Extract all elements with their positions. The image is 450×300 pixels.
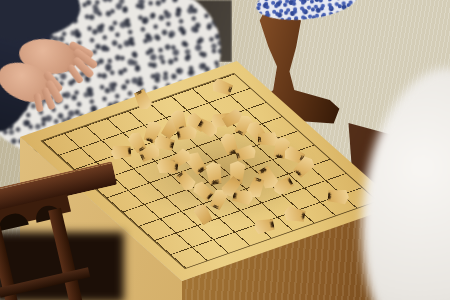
side-table-leg	[48, 208, 83, 300]
piece-kanji: 桂馬	[164, 140, 166, 147]
piece-kanji: 金将	[301, 164, 306, 169]
piece-kanji: 桂馬	[241, 193, 242, 200]
piece-kanji: 香車	[122, 148, 123, 155]
piece-kanji: 桂馬	[264, 222, 265, 229]
piece-kanji: 角行	[210, 173, 217, 174]
piece-kanji: 歩兵	[222, 84, 225, 91]
piece-kanji: 歩兵	[148, 150, 151, 157]
shogi-piece[interactable]: 香車	[110, 142, 131, 162]
piece-kanji: 王将	[193, 162, 199, 166]
piece-kanji: 歩兵	[195, 120, 199, 126]
piece-kanji: 歩兵	[244, 150, 246, 157]
piece-kanji: 歩兵	[139, 98, 146, 101]
piece-kanji: 歩兵	[253, 186, 260, 189]
piece-kanji: 歩兵	[178, 156, 182, 162]
shogi-piece[interactable]: 金将	[282, 203, 306, 225]
piece-kanji: 歩兵	[134, 141, 140, 145]
piece-kanji: 歩兵	[215, 198, 222, 201]
piece-kanji: 銀将	[148, 131, 155, 134]
piece-kanji: 玉将	[264, 175, 270, 179]
piece-kanji: 金将	[294, 210, 295, 217]
piece-kanji: 飛車	[233, 173, 240, 174]
piece-kanji: 桂馬	[205, 124, 209, 130]
piece-kanji: 歩兵	[293, 152, 296, 159]
piece-kanji: 歩兵	[240, 124, 246, 128]
apron-arch-cutout	[0, 211, 29, 231]
piece-kanji: 香車	[201, 189, 206, 195]
shogi-piece[interactable]: 桂馬	[253, 215, 276, 236]
shogi-piece[interactable]: 歩兵	[210, 75, 235, 99]
piece-kanji: 香車	[282, 182, 286, 188]
piece-kanji: 香車	[185, 129, 186, 136]
photo-scene: 歩兵歩兵銀将桂馬金将香車歩兵銀将歩兵桂馬歩兵香車歩兵桂馬歩兵歩兵金将歩兵銀将歩兵…	[0, 0, 450, 300]
piece-kanji: 金将	[254, 129, 260, 134]
shogi-piece[interactable]: 角行	[202, 161, 225, 186]
piece-kanji: 銀将	[168, 162, 169, 169]
shogi-piece[interactable]: 歩兵	[234, 142, 258, 165]
piece-kanji: 金将	[226, 143, 233, 146]
shogi-piece[interactable]: 歩兵	[131, 87, 156, 113]
piece-kanji: 歩兵	[221, 116, 222, 123]
piece-kanji: 歩兵	[182, 178, 188, 183]
piece-kanji: 銀将	[337, 192, 338, 199]
piece-kanji: 歩兵	[176, 120, 183, 122]
shogi-piece[interactable]: 銀将	[327, 186, 350, 207]
piece-kanji: 銀将	[277, 147, 284, 149]
